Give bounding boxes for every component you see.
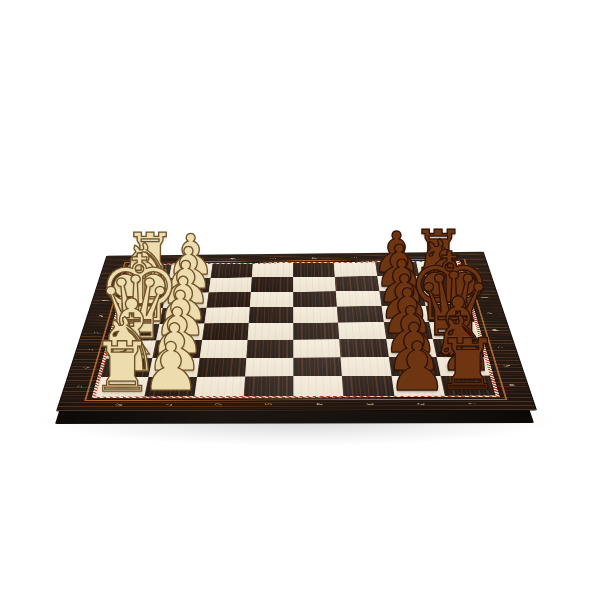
product-photo[interactable]: 8877665544332211hhggffeeddccbbaa ♜♞♝♛♚♝♞… [0,0,600,600]
pieces-layer: ♜♞♝♛♚♝♞♜♟♟♟♟♟♟♟♟♟♟♟♟♟♟♟♟♜♞♝♛♚♝♞♜ [0,0,600,600]
piece-white-rook: ♜ [92,333,154,402]
piece-dark-pawn: ♟ [387,333,448,401]
